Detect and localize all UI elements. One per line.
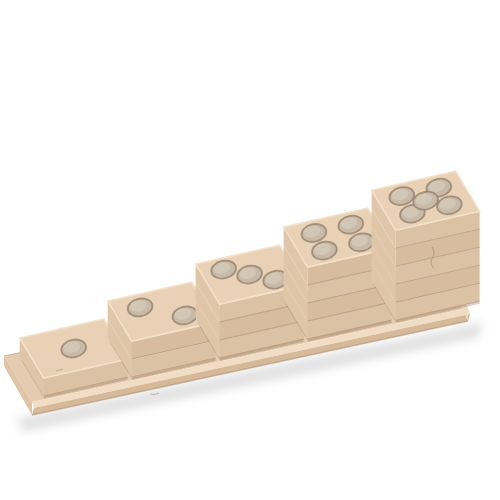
stack-5 [372,171,480,321]
product-photo-wooden-counting-stacker [0,0,500,500]
counting-stacker-scene [0,0,500,500]
